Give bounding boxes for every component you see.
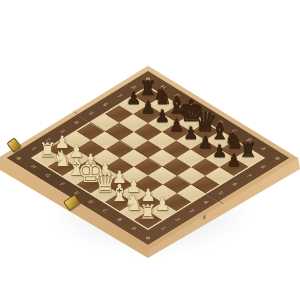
product-photo: 88HH77GG66FF55EE44DD33CC22BB11AA ♜♞♝♛♚♝♞… <box>0 0 300 300</box>
border-corner-inlay <box>146 77 150 79</box>
border-corner-inlay <box>146 236 150 238</box>
